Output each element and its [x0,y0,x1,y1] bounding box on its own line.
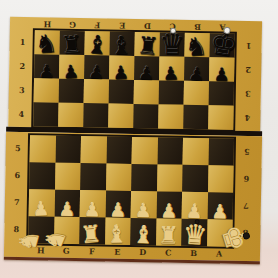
black-bishop-f1[interactable]: ♝ [85,32,109,59]
rank-label-left-2: 2 [16,62,28,70]
file-label-top-b: B [185,23,210,31]
square-g1[interactable]: ♜ [59,31,84,55]
square-a4[interactable] [208,105,233,129]
square-h3[interactable] [34,78,59,102]
file-label-top-f: F [85,21,110,29]
file-label-bottom-c: C [155,248,181,256]
square-c7[interactable]: ♟ [156,191,182,218]
square-e5[interactable] [106,137,132,164]
rank-label-left-6: 6 [11,171,23,179]
square-f6[interactable] [80,163,106,190]
square-a6[interactable] [208,165,234,192]
square-g6[interactable] [55,163,81,190]
square-h5[interactable] [30,135,56,162]
square-d8[interactable]: ♝ [130,218,156,245]
square-h1[interactable]: ♞ [34,30,59,54]
square-d4[interactable] [133,104,158,128]
square-c3[interactable] [159,80,184,104]
square-f7[interactable]: ♟ [80,190,106,217]
square-e3[interactable] [109,80,134,104]
square-c2[interactable]: ♟ [159,56,184,80]
square-h2[interactable]: ♟ [34,54,59,78]
square-b4[interactable] [183,105,208,129]
black-queen-c1[interactable]: ♛ [159,29,186,58]
rank-label-right-1: 1 [243,42,255,50]
board-bottom-half: ♟♟♟♟♟♟♟♟♞♞♜♝♝♜♛♚ HGFEDCBA55667788 [4,132,262,264]
square-f8[interactable]: ♜ [79,217,105,244]
square-b8[interactable]: ♛ [181,219,207,246]
square-e2[interactable]: ♟ [109,56,134,80]
square-a7[interactable]: ♟ [207,192,233,219]
rank-label-left-7: 7 [11,198,23,206]
square-c8[interactable]: ♜ [156,218,182,245]
king-finial-ball [242,231,251,240]
square-h6[interactable] [29,162,55,189]
square-f1[interactable]: ♝ [84,31,109,55]
square-e1[interactable]: ♝ [109,32,134,56]
square-b1[interactable]: ♞ [184,33,209,57]
rank-label-right-5: 5 [241,148,253,156]
square-a2[interactable]: ♟ [209,57,234,81]
file-label-bottom-f: F [79,247,105,255]
square-c5[interactable] [157,137,183,164]
square-c6[interactable] [157,164,183,191]
square-e6[interactable] [106,164,132,191]
square-g2[interactable]: ♟ [59,55,84,79]
square-f4[interactable] [83,103,108,127]
square-d6[interactable] [131,164,157,191]
square-c1[interactable]: ♛ [159,32,184,56]
square-b3[interactable] [184,81,209,105]
white-rook-f8[interactable]: ♜ [80,222,103,247]
white-bishop-e8[interactable]: ♝ [106,222,128,247]
square-d5[interactable] [132,137,158,164]
square-f5[interactable] [81,136,107,163]
rank-label-left-5: 5 [12,144,24,152]
queen-finial-ball [194,219,199,224]
square-b6[interactable] [182,165,208,192]
file-label-top-d: D [135,22,160,30]
white-bishop-d8[interactable]: ♝ [132,223,155,248]
white-king-a8[interactable]: ♚ [216,222,251,255]
square-h7[interactable]: ♟ [29,189,55,216]
coordinate-labels-top: HGFEDCBA11223344 [10,17,262,21]
square-a5[interactable] [208,138,234,165]
square-g5[interactable] [55,136,81,163]
rank-label-right-3: 3 [242,90,254,98]
square-g3[interactable] [59,79,84,103]
square-d7[interactable]: ♟ [131,191,157,218]
square-d1[interactable]: ♜ [134,32,159,56]
king-finial-ball [223,26,231,34]
white-rook-c8[interactable]: ♜ [158,224,179,247]
square-d3[interactable] [134,80,159,104]
white-queen-b8[interactable]: ♛ [181,220,207,249]
square-f3[interactable] [84,79,109,103]
square-e8[interactable]: ♝ [105,218,131,245]
squares-grid-ranks-5-8: ♟♟♟♟♟♟♟♟♞♞♜♝♝♜♛♚ [28,135,234,247]
board-top-half: ♞♜♝♝♜♛♞♚♟♟♟♟♟♟♟♟ HGFEDCBA11223344 [8,17,262,131]
black-bishop-e1[interactable]: ♝ [110,32,133,58]
rank-label-right-4: 4 [241,114,253,122]
square-h4[interactable] [33,102,58,126]
square-a3[interactable] [209,81,234,105]
rank-label-left-1: 1 [17,38,29,46]
black-knight-b1[interactable]: ♞ [185,34,209,60]
rank-label-left-4: 4 [15,110,27,118]
chessboard: ♞♜♝♝♜♛♞♚♟♟♟♟♟♟♟♟ HGFEDCBA11223344 ♟♟♟♟♟♟… [4,17,264,261]
square-a1[interactable]: ♚ [209,33,234,57]
square-b7[interactable]: ♟ [182,192,208,219]
rank-label-left-3: 3 [16,86,28,94]
queen-finial-ball [170,28,176,34]
square-f2[interactable]: ♟ [84,55,109,79]
square-g7[interactable]: ♟ [54,190,80,217]
file-label-top-g: G [60,21,85,29]
square-d2[interactable]: ♟ [134,56,159,80]
squares-grid-ranks-1-4: ♞♜♝♝♜♛♞♚♟♟♟♟♟♟♟♟ [33,30,235,129]
black-knight-h1[interactable]: ♞ [35,31,58,57]
square-c4[interactable] [158,104,183,128]
square-b5[interactable] [183,138,209,165]
square-e7[interactable]: ♟ [105,191,131,218]
rank-label-right-7: 7 [240,202,252,210]
rank-label-right-2: 2 [242,66,254,74]
square-b2[interactable]: ♟ [184,57,209,81]
photo-background: ♞♜♝♝♜♛♞♚♟♟♟♟♟♟♟♟ HGFEDCBA11223344 ♟♟♟♟♟♟… [0,0,278,278]
file-label-top-e: E [110,22,135,30]
rank-label-right-6: 6 [240,175,252,183]
square-g4[interactable] [58,103,83,127]
square-a8[interactable]: ♚ [207,219,233,246]
square-e4[interactable] [108,104,133,128]
square-g8[interactable]: ♞ [54,217,80,244]
file-label-top-h: H [35,20,60,28]
